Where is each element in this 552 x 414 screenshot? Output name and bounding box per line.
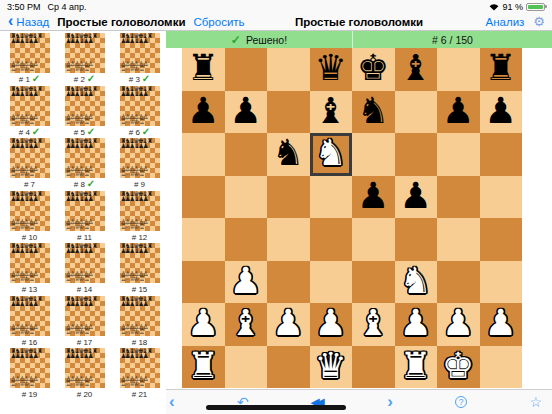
square-c4[interactable] xyxy=(267,218,310,261)
puzzle-thumb[interactable]: ♜♞♝♛♚♝ ♜ ♟♟♟ ♝♟♟♙♙♙♙ ♙♙ ♖♘♕♔ ♖# 9 xyxy=(119,138,160,191)
square-a7[interactable]: ♟ xyxy=(182,91,225,134)
puzzle-thumb[interactable]: ♜♞♝♛♚♝ ♜ ♟♟♟ ♝♟♟♙♙♙♙ ♙♙ ♖♘♕♔ ♖# 11 xyxy=(64,191,105,244)
puzzle-thumb-board[interactable]: ♜♞♝♛♚♝ ♜ ♟♟♟ ♝♟♟♙♙♙♙ ♙♙ ♖♘♕♔ ♖ xyxy=(65,86,105,126)
thumb-pieces-white: ♙♙♙♙ ♙♙ ♖♘♕♔ ♖ xyxy=(11,220,50,230)
square-g3[interactable] xyxy=(437,261,480,304)
bottom-toolbar: ‹↶◀◀›?☆ xyxy=(166,389,552,414)
square-b8[interactable] xyxy=(225,48,268,91)
thumb-pieces-black: ♜♞♝♛♚♝ ♜ ♟♟♟ ♝♟♟ xyxy=(66,87,105,97)
thumb-pieces-black: ♜♞♝♛♚♝ ♜ ♟♟♟ ♝♟♟ xyxy=(66,244,105,254)
white-rook: ♜ xyxy=(187,348,219,384)
puzzle-label: # 3✓ xyxy=(129,74,151,85)
nav-bar: ‹ Назад Простые головоломки Сбросить Про… xyxy=(0,13,552,31)
square-a8[interactable]: ♜ xyxy=(182,48,225,91)
white-queen: ♛ xyxy=(315,348,347,384)
puzzle-thumb-board[interactable]: ♜♞♝♛♚♝ ♜ ♟♟♟ ♝♟♟♙♙♙♙ ♙♙ ♖♘♕♔ ♖ xyxy=(10,33,50,73)
square-e7[interactable]: ♞ xyxy=(352,91,395,134)
nav-right: Анализ ⚙ xyxy=(486,13,545,30)
puzzle-label: # 18 xyxy=(132,337,148,348)
black-rook: ♜ xyxy=(187,50,219,86)
puzzle-number: # 14 xyxy=(77,285,93,294)
square-g4[interactable] xyxy=(437,218,480,261)
puzzle-label: # 15 xyxy=(132,284,148,295)
thumb-pieces-black: ♜♞♝♛♚♝ ♜ ♟♟♟ ♝♟♟ xyxy=(121,34,160,44)
status-right: 91 % xyxy=(489,2,545,12)
square-h3[interactable] xyxy=(480,261,523,304)
white-king: ♚ xyxy=(442,348,474,384)
thumb-pieces-white: ♙♙♙♙ ♙♙ ♖♘♕♔ ♖ xyxy=(121,377,160,387)
puzzle-list: ♜♞♝♛♚♝ ♜ ♟♟♟ ♝♟♟♙♙♙♙ ♙♙ ♖♘♕♔ ♖# 1✓♜♞♝♛♚♝… xyxy=(0,31,166,414)
puzzle-thumb[interactable]: ♜♞♝♛♚♝ ♜ ♟♟♟ ♝♟♟♙♙♙♙ ♙♙ ♖♘♕♔ ♖# 20 xyxy=(64,348,105,401)
puzzle-thumb-board[interactable]: ♜♞♝♛♚♝ ♜ ♟♟♟ ♝♟♟♙♙♙♙ ♙♙ ♖♘♕♔ ♖ xyxy=(10,191,50,231)
puzzle-label: # 5✓ xyxy=(74,127,96,138)
square-e4[interactable] xyxy=(352,218,395,261)
square-f7[interactable] xyxy=(395,91,438,134)
thumb-pieces-black: ♜♞♝♛♚♝ ♜ ♟♟♟ ♝♟♟ xyxy=(121,349,160,359)
puzzle-number: # 12 xyxy=(132,233,148,242)
square-e6[interactable] xyxy=(352,133,395,176)
puzzle-counter: # 6 / 150 xyxy=(432,34,473,46)
battery-percent: 91 % xyxy=(502,2,523,12)
thumb-pieces-white: ♙♙♙♙ ♙♙ ♖♘♕♔ ♖ xyxy=(11,325,50,335)
chess-board: ♜♛♚♝♜♟♟♝♞♟♟♞♞♟♟♟♞♟♝♟♟♝♟♟♟♜♛♜♚ xyxy=(182,48,522,388)
home-indicator[interactable] xyxy=(206,405,346,410)
thumb-pieces-black: ♜♞♝♛♚♝ ♜ ♟♟♟ ♝♟♟ xyxy=(121,244,160,254)
square-g5[interactable] xyxy=(437,176,480,219)
battery-nub xyxy=(545,5,547,8)
sidebar-title: Простые головоломки xyxy=(57,16,185,28)
square-h2[interactable]: ♟ xyxy=(480,303,523,346)
back-chevron-icon[interactable]: ‹ xyxy=(8,13,13,29)
status-left: 3:50 PM Ср 4 апр. xyxy=(7,2,86,12)
square-h6[interactable] xyxy=(480,133,523,176)
puzzle-label: # 6✓ xyxy=(129,127,151,138)
puzzle-thumb[interactable]: ♜♞♝♛♚♝ ♜ ♟♟♟ ♝♟♟♙♙♙♙ ♙♙ ♖♘♕♔ ♖# 7 xyxy=(9,138,50,191)
puzzle-label: # 9 xyxy=(134,179,145,190)
chevron-right-button[interactable]: › xyxy=(387,393,393,410)
thumb-pieces-white: ♙♙♙♙ ♙♙ ♖♘♕♔ ♖ xyxy=(121,62,160,72)
puzzle-thumb-board[interactable]: ♜♞♝♛♚♝ ♜ ♟♟♟ ♝♟♟♙♙♙♙ ♙♙ ♖♘♕♔ ♖ xyxy=(65,243,105,283)
black-pawn: ♟ xyxy=(187,93,219,129)
white-bishop: ♝ xyxy=(357,305,389,341)
puzzle-label: # 17 xyxy=(77,337,93,348)
puzzle-thumb[interactable]: ♜♞♝♛♚♝ ♜ ♟♟♟ ♝♟♟♙♙♙♙ ♙♙ ♖♘♕♔ ♖# 6✓ xyxy=(119,86,160,139)
puzzle-label: # 21 xyxy=(132,389,148,400)
puzzle-thumb-board[interactable]: ♜♞♝♛♚♝ ♜ ♟♟♟ ♝♟♟♙♙♙♙ ♙♙ ♖♘♕♔ ♖ xyxy=(120,138,160,178)
thumb-pieces-white: ♙♙♙♙ ♙♙ ♖♘♕♔ ♖ xyxy=(11,115,50,125)
puzzle-thumb[interactable]: ♜♞♝♛♚♝ ♜ ♟♟♟ ♝♟♟♙♙♙♙ ♙♙ ♖♘♕♔ ♖# 18 xyxy=(119,296,160,349)
thumb-pieces-black: ♜♞♝♛♚♝ ♜ ♟♟♟ ♝♟♟ xyxy=(66,297,105,307)
thumb-pieces-white: ♙♙♙♙ ♙♙ ♖♘♕♔ ♖ xyxy=(121,272,160,282)
square-a5[interactable] xyxy=(182,176,225,219)
thumb-pieces-white: ♙♙♙♙ ♙♙ ♖♘♕♔ ♖ xyxy=(66,272,105,282)
puzzle-label: # 13 xyxy=(22,284,38,295)
puzzle-number: # 3 xyxy=(129,75,140,84)
puzzle-thumb-board[interactable]: ♜♞♝♛♚♝ ♜ ♟♟♟ ♝♟♟♙♙♙♙ ♙♙ ♖♘♕♔ ♖ xyxy=(65,348,105,388)
black-pawn: ♟ xyxy=(357,178,389,214)
square-b7[interactable]: ♟ xyxy=(225,91,268,134)
status-bar: 3:50 PM Ср 4 апр. 91 % xyxy=(0,0,552,13)
square-f3[interactable]: ♞ xyxy=(395,261,438,304)
square-a2[interactable]: ♟ xyxy=(182,303,225,346)
thumb-pieces-black: ♜♞♝♛♚♝ ♜ ♟♟♟ ♝♟♟ xyxy=(11,349,50,359)
thumb-pieces-black: ♜♞♝♛♚♝ ♜ ♟♟♟ ♝♟♟ xyxy=(11,297,50,307)
thumb-pieces-white: ♙♙♙♙ ♙♙ ♖♘♕♔ ♖ xyxy=(121,167,160,177)
square-g6[interactable] xyxy=(437,133,480,176)
puzzle-thumb[interactable]: ♜♞♝♛♚♝ ♜ ♟♟♟ ♝♟♟♙♙♙♙ ♙♙ ♖♘♕♔ ♖# 3✓ xyxy=(119,33,160,86)
puzzle-label: # 7 xyxy=(24,179,35,190)
app-screen: 3:50 PM Ср 4 апр. 91 % ‹ Назад Простые г… xyxy=(0,0,552,414)
battery-fill xyxy=(528,5,543,9)
puzzle-thumb[interactable]: ♜♞♝♛♚♝ ♜ ♟♟♟ ♝♟♟♙♙♙♙ ♙♙ ♖♘♕♔ ♖# 19 xyxy=(9,348,50,401)
square-f5[interactable]: ♟ xyxy=(395,176,438,219)
thumb-pieces-black: ♜♞♝♛♚♝ ♜ ♟♟♟ ♝♟♟ xyxy=(121,139,160,149)
puzzle-number: # 8 xyxy=(74,180,85,189)
puzzle-number: # 6 xyxy=(129,128,140,137)
puzzle-thumb[interactable]: ♜♞♝♛♚♝ ♜ ♟♟♟ ♝♟♟♙♙♙♙ ♙♙ ♖♘♕♔ ♖# 12 xyxy=(119,191,160,244)
thumb-pieces-black: ♜♞♝♛♚♝ ♜ ♟♟♟ ♝♟♟ xyxy=(121,87,160,97)
puzzle-label: # 12 xyxy=(132,232,148,243)
puzzle-thumb[interactable]: ♜♞♝♛♚♝ ♜ ♟♟♟ ♝♟♟♙♙♙♙ ♙♙ ♖♘♕♔ ♖# 21 xyxy=(119,348,160,401)
thumb-pieces-white: ♙♙♙♙ ♙♙ ♖♘♕♔ ♖ xyxy=(66,115,105,125)
puzzle-number: # 18 xyxy=(132,338,148,347)
square-e8[interactable]: ♚ xyxy=(352,48,395,91)
puzzle-thumb[interactable]: ♜♞♝♛♚♝ ♜ ♟♟♟ ♝♟♟♙♙♙♙ ♙♙ ♖♘♕♔ ♖# 15 xyxy=(119,243,160,296)
puzzle-thumb[interactable]: ♜♞♝♛♚♝ ♜ ♟♟♟ ♝♟♟♙♙♙♙ ♙♙ ♖♘♕♔ ♖# 5✓ xyxy=(64,86,105,139)
puzzle-thumb[interactable]: ♜♞♝♛♚♝ ♜ ♟♟♟ ♝♟♟♙♙♙♙ ♙♙ ♖♘♕♔ ♖# 8✓ xyxy=(64,138,105,191)
white-pawn: ♟ xyxy=(187,305,219,341)
thumb-pieces-black: ♜♞♝♛♚♝ ♜ ♟♟♟ ♝♟♟ xyxy=(11,139,50,149)
square-f4[interactable] xyxy=(395,218,438,261)
square-a6[interactable] xyxy=(182,133,225,176)
puzzle-thumb[interactable]: ♜♞♝♛♚♝ ♜ ♟♟♟ ♝♟♟♙♙♙♙ ♙♙ ♖♘♕♔ ♖# 10 xyxy=(9,191,50,244)
solved-check-icon: ✓ xyxy=(87,73,95,84)
puzzle-thumb-board[interactable]: ♜♞♝♛♚♝ ♜ ♟♟♟ ♝♟♟♙♙♙♙ ♙♙ ♖♘♕♔ ♖ xyxy=(10,348,50,388)
analysis-button[interactable]: Анализ xyxy=(486,16,525,28)
square-e1[interactable] xyxy=(352,346,395,389)
puzzle-label: # 11 xyxy=(77,232,92,243)
square-h4[interactable] xyxy=(480,218,523,261)
thumb-pieces-black: ♜♞♝♛♚♝ ♜ ♟♟♟ ♝♟♟ xyxy=(11,244,50,254)
thumb-pieces-black: ♜♞♝♛♚♝ ♜ ♟♟♟ ♝♟♟ xyxy=(11,192,50,202)
white-pawn: ♟ xyxy=(315,305,347,341)
square-c3[interactable] xyxy=(267,261,310,304)
square-f2[interactable]: ♟ xyxy=(395,303,438,346)
favorite-star-button[interactable]: ☆ xyxy=(529,394,542,410)
puzzle-number: # 21 xyxy=(132,390,148,399)
square-d6[interactable]: ♞ xyxy=(310,133,353,176)
puzzle-number: # 9 xyxy=(134,180,145,189)
help-button[interactable]: ? xyxy=(455,396,467,408)
puzzle-label: # 8✓ xyxy=(74,179,96,190)
puzzle-number: # 4 xyxy=(19,128,30,137)
battery-icon xyxy=(526,3,545,11)
white-pawn: ♟ xyxy=(272,305,304,341)
square-h7[interactable]: ♟ xyxy=(480,91,523,134)
black-bishop: ♝ xyxy=(315,93,347,129)
square-e3[interactable] xyxy=(352,261,395,304)
white-knight: ♞ xyxy=(400,263,432,299)
puzzle-thumb-board[interactable]: ♜♞♝♛♚♝ ♜ ♟♟♟ ♝♟♟♙♙♙♙ ♙♙ ♖♘♕♔ ♖ xyxy=(65,33,105,73)
thumb-pieces-black: ♜♞♝♛♚♝ ♜ ♟♟♟ ♝♟♟ xyxy=(66,349,105,359)
black-king: ♚ xyxy=(357,50,389,86)
black-pawn: ♟ xyxy=(442,93,474,129)
square-h5[interactable] xyxy=(480,176,523,219)
thumb-pieces-black: ♜♞♝♛♚♝ ♜ ♟♟♟ ♝♟♟ xyxy=(11,87,50,97)
solved-banner: ✓ Решено! # 6 / 150 xyxy=(166,31,552,48)
puzzle-progress: # 6 / 150 xyxy=(352,31,552,48)
puzzle-thumb-board[interactable]: ♜♞♝♛♚♝ ♜ ♟♟♟ ♝♟♟♙♙♙♙ ♙♙ ♖♘♕♔ ♖ xyxy=(10,243,50,283)
solved-check-icon: ✓ xyxy=(142,73,150,84)
thumb-pieces-black: ♜♞♝♛♚♝ ♜ ♟♟♟ ♝♟♟ xyxy=(66,34,105,44)
puzzle-number: # 2 xyxy=(74,75,85,84)
puzzle-thumb[interactable]: ♜♞♝♛♚♝ ♜ ♟♟♟ ♝♟♟♙♙♙♙ ♙♙ ♖♘♕♔ ♖# 14 xyxy=(64,243,105,296)
square-a1[interactable]: ♜ xyxy=(182,346,225,389)
white-rook: ♜ xyxy=(400,348,432,384)
square-g1[interactable]: ♚ xyxy=(437,346,480,389)
puzzle-label: # 2✓ xyxy=(74,74,96,85)
clock: 3:50 PM xyxy=(7,2,41,12)
puzzle-number: # 15 xyxy=(132,285,148,294)
puzzle-thumb-board[interactable]: ♜♞♝♛♚♝ ♜ ♟♟♟ ♝♟♟♙♙♙♙ ♙♙ ♖♘♕♔ ♖ xyxy=(120,191,160,231)
thumb-pieces-white: ♙♙♙♙ ♙♙ ♖♘♕♔ ♖ xyxy=(66,167,105,177)
puzzle-number: # 17 xyxy=(77,338,93,347)
thumb-pieces-black: ♜♞♝♛♚♝ ♜ ♟♟♟ ♝♟♟ xyxy=(121,297,160,307)
thumb-pieces-white: ♙♙♙♙ ♙♙ ♖♘♕♔ ♖ xyxy=(66,325,105,335)
black-rook: ♜ xyxy=(485,50,517,86)
black-pawn: ♟ xyxy=(400,178,432,214)
white-bishop: ♝ xyxy=(230,305,262,341)
puzzle-thumb[interactable]: ♜♞♝♛♚♝ ♜ ♟♟♟ ♝♟♟♙♙♙♙ ♙♙ ♖♘♕♔ ♖# 17 xyxy=(64,296,105,349)
square-a3[interactable] xyxy=(182,261,225,304)
puzzle-thumb-board[interactable]: ♜♞♝♛♚♝ ♜ ♟♟♟ ♝♟♟♙♙♙♙ ♙♙ ♖♘♕♔ ♖ xyxy=(120,348,160,388)
puzzle-label: # 16 xyxy=(22,337,38,348)
solved-check-icon: ✓ xyxy=(142,126,150,137)
puzzle-thumb-board[interactable]: ♜♞♝♛♚♝ ♜ ♟♟♟ ♝♟♟♙♙♙♙ ♙♙ ♖♘♕♔ ♖ xyxy=(10,296,50,336)
square-d8[interactable]: ♛ xyxy=(310,48,353,91)
puzzle-label: # 19 xyxy=(22,389,38,400)
puzzle-thumb-board[interactable]: ♜♞♝♛♚♝ ♜ ♟♟♟ ♝♟♟♙♙♙♙ ♙♙ ♖♘♕♔ ♖ xyxy=(65,138,105,178)
puzzle-thumb[interactable]: ♜♞♝♛♚♝ ♜ ♟♟♟ ♝♟♟♙♙♙♙ ♙♙ ♖♘♕♔ ♖# 16 xyxy=(9,296,50,349)
solved-text: Решено! xyxy=(246,34,287,46)
puzzle-thumb-board[interactable]: ♜♞♝♛♚♝ ♜ ♟♟♟ ♝♟♟♙♙♙♙ ♙♙ ♖♘♕♔ ♖ xyxy=(10,138,50,178)
puzzle-thumb[interactable]: ♜♞♝♛♚♝ ♜ ♟♟♟ ♝♟♟♙♙♙♙ ♙♙ ♖♘♕♔ ♖# 2✓ xyxy=(64,33,105,86)
square-d2[interactable]: ♟ xyxy=(310,303,353,346)
solved-check-icon: ✓ xyxy=(87,126,95,137)
square-c8[interactable] xyxy=(267,48,310,91)
square-g2[interactable]: ♟ xyxy=(437,303,480,346)
square-c2[interactable]: ♟ xyxy=(267,303,310,346)
back-button[interactable]: Назад xyxy=(16,16,49,28)
puzzle-thumb-board[interactable]: ♜♞♝♛♚♝ ♜ ♟♟♟ ♝♟♟♙♙♙♙ ♙♙ ♖♘♕♔ ♖ xyxy=(120,86,160,126)
puzzle-thumb[interactable]: ♜♞♝♛♚♝ ♜ ♟♟♟ ♝♟♟♙♙♙♙ ♙♙ ♖♘♕♔ ♖# 1✓ xyxy=(9,33,50,86)
thumb-pieces-white: ♙♙♙♙ ♙♙ ♖♘♕♔ ♖ xyxy=(121,115,160,125)
square-b4[interactable] xyxy=(225,218,268,261)
puzzle-number: # 10 xyxy=(22,233,38,242)
white-knight: ♞ xyxy=(315,135,347,171)
thumb-pieces-black: ♜♞♝♛♚♝ ♜ ♟♟♟ ♝♟♟ xyxy=(121,192,160,202)
black-queen: ♛ xyxy=(315,50,347,86)
puzzle-number: # 11 xyxy=(77,233,92,242)
thumb-pieces-white: ♙♙♙♙ ♙♙ ♖♘♕♔ ♖ xyxy=(121,220,160,230)
square-f1[interactable]: ♜ xyxy=(395,346,438,389)
date: Ср 4 апр. xyxy=(48,2,87,12)
square-h1[interactable] xyxy=(480,346,523,389)
puzzle-label: # 1✓ xyxy=(19,74,41,85)
puzzle-thumb-board[interactable]: ♜♞♝♛♚♝ ♜ ♟♟♟ ♝♟♟♙♙♙♙ ♙♙ ♖♘♕♔ ♖ xyxy=(65,296,105,336)
puzzle-thumb[interactable]: ♜♞♝♛♚♝ ♜ ♟♟♟ ♝♟♟♙♙♙♙ ♙♙ ♖♘♕♔ ♖# 13 xyxy=(9,243,50,296)
thumb-pieces-white: ♙♙♙♙ ♙♙ ♖♘♕♔ ♖ xyxy=(66,220,105,230)
thumb-pieces-white: ♙♙♙♙ ♙♙ ♖♘♕♔ ♖ xyxy=(11,167,50,177)
black-pawn: ♟ xyxy=(485,93,517,129)
puzzle-label: # 20 xyxy=(77,389,93,400)
puzzle-thumb-board[interactable]: ♜♞♝♛♚♝ ♜ ♟♟♟ ♝♟♟♙♙♙♙ ♙♙ ♖♘♕♔ ♖ xyxy=(120,33,160,73)
puzzle-number: # 16 xyxy=(22,338,38,347)
white-pawn: ♟ xyxy=(442,305,474,341)
black-knight: ♞ xyxy=(357,93,389,129)
puzzle-number: # 7 xyxy=(24,180,35,189)
square-g8[interactable] xyxy=(437,48,480,91)
white-pawn: ♟ xyxy=(485,305,517,341)
puzzle-number: # 1 xyxy=(19,75,30,84)
puzzle-label: # 14 xyxy=(77,284,93,295)
puzzle-label: # 4✓ xyxy=(19,127,41,138)
puzzle-number: # 20 xyxy=(77,390,93,399)
black-pawn: ♟ xyxy=(230,93,262,129)
puzzle-thumb[interactable]: ♜♞♝♛♚♝ ♜ ♟♟♟ ♝♟♟♙♙♙♙ ♙♙ ♖♘♕♔ ♖# 4✓ xyxy=(9,86,50,139)
puzzle-thumb-board[interactable]: ♜♞♝♛♚♝ ♜ ♟♟♟ ♝♟♟♙♙♙♙ ♙♙ ♖♘♕♔ ♖ xyxy=(65,191,105,231)
thumb-pieces-black: ♜♞♝♛♚♝ ♜ ♟♟♟ ♝♟♟ xyxy=(11,34,50,44)
thumb-pieces-white: ♙♙♙♙ ♙♙ ♖♘♕♔ ♖ xyxy=(11,272,50,282)
thumb-pieces-white: ♙♙♙♙ ♙♙ ♖♘♕♔ ♖ xyxy=(121,325,160,335)
thumb-pieces-white: ♙♙♙♙ ♙♙ ♖♘♕♔ ♖ xyxy=(11,377,50,387)
black-bishop: ♝ xyxy=(400,50,432,86)
square-b5[interactable] xyxy=(225,176,268,219)
thumb-pieces-white: ♙♙♙♙ ♙♙ ♖♘♕♔ ♖ xyxy=(66,62,105,72)
square-c7[interactable] xyxy=(267,91,310,134)
reset-button[interactable]: Сбросить xyxy=(193,16,244,28)
square-b6[interactable] xyxy=(225,133,268,176)
square-d5[interactable] xyxy=(310,176,353,219)
square-c1[interactable] xyxy=(267,346,310,389)
square-f6[interactable] xyxy=(395,133,438,176)
square-c6[interactable]: ♞ xyxy=(267,133,310,176)
square-e5[interactable]: ♟ xyxy=(352,176,395,219)
solved-check-icon: ✓ xyxy=(87,178,95,189)
puzzle-number: # 13 xyxy=(22,285,38,294)
check-icon: ✓ xyxy=(231,34,241,46)
puzzle-thumb-board[interactable]: ♜♞♝♛♚♝ ♜ ♟♟♟ ♝♟♟♙♙♙♙ ♙♙ ♖♘♕♔ ♖ xyxy=(10,86,50,126)
thumb-pieces-black: ♜♞♝♛♚♝ ♜ ♟♟♟ ♝♟♟ xyxy=(66,139,105,149)
puzzle-thumb-board[interactable]: ♜♞♝♛♚♝ ♜ ♟♟♟ ♝♟♟♙♙♙♙ ♙♙ ♖♘♕♔ ♖ xyxy=(120,243,160,283)
white-pawn: ♟ xyxy=(400,305,432,341)
square-d3[interactable] xyxy=(310,261,353,304)
square-d4[interactable] xyxy=(310,218,353,261)
square-c5[interactable] xyxy=(267,176,310,219)
square-b1[interactable] xyxy=(225,346,268,389)
thumb-pieces-white: ♙♙♙♙ ♙♙ ♖♘♕♔ ♖ xyxy=(66,377,105,387)
puzzle-number: # 5 xyxy=(74,128,85,137)
square-b2[interactable]: ♝ xyxy=(225,303,268,346)
square-h8[interactable]: ♜ xyxy=(480,48,523,91)
square-b3[interactable]: ♟ xyxy=(225,261,268,304)
settings-gear-icon[interactable]: ⚙ xyxy=(533,15,545,28)
thumb-pieces-black: ♜♞♝♛♚♝ ♜ ♟♟♟ ♝♟♟ xyxy=(66,192,105,202)
solved-check-icon: ✓ xyxy=(32,126,40,137)
puzzle-thumb-board[interactable]: ♜♞♝♛♚♝ ♜ ♟♟♟ ♝♟♟♙♙♙♙ ♙♙ ♖♘♕♔ ♖ xyxy=(120,296,160,336)
puzzle-label: # 10 xyxy=(22,232,38,243)
solved-check-icon: ✓ xyxy=(32,73,40,84)
puzzle-number: # 19 xyxy=(22,390,38,399)
square-g7[interactable]: ♟ xyxy=(437,91,480,134)
solved-status: ✓ Решено! xyxy=(166,31,352,48)
square-f8[interactable]: ♝ xyxy=(395,48,438,91)
black-knight: ♞ xyxy=(272,135,304,171)
wifi-icon xyxy=(489,3,499,11)
square-d1[interactable]: ♛ xyxy=(310,346,353,389)
square-a4[interactable] xyxy=(182,218,225,261)
chevron-left-button[interactable]: ‹ xyxy=(169,393,175,410)
square-e2[interactable]: ♝ xyxy=(352,303,395,346)
square-d7[interactable]: ♝ xyxy=(310,91,353,134)
thumb-pieces-white: ♙♙♙♙ ♙♙ ♖♘♕♔ ♖ xyxy=(11,62,50,72)
white-pawn: ♟ xyxy=(230,263,262,299)
